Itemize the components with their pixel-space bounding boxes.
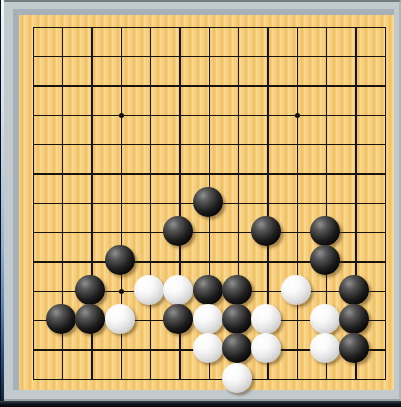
black-stone: [75, 304, 105, 334]
black-stone: [251, 216, 281, 246]
grid-line-vertical: [385, 27, 387, 380]
black-stone: [222, 333, 252, 363]
black-stone: [163, 216, 193, 246]
white-stone: [310, 304, 340, 334]
grid-line-horizontal: [33, 379, 386, 381]
black-stone: [339, 304, 369, 334]
star-point: [295, 113, 300, 118]
black-stone: [310, 245, 340, 275]
white-stone: [251, 304, 281, 334]
white-stone: [193, 304, 223, 334]
white-stone: [222, 363, 252, 393]
white-stone: [163, 275, 193, 305]
white-stone: [251, 333, 281, 363]
black-stone: [222, 275, 252, 305]
window-bottom-edge: [0, 401, 401, 407]
white-stone: [310, 333, 340, 363]
go-board-surface[interactable]: [19, 15, 394, 390]
star-point: [119, 289, 124, 294]
white-stone: [281, 275, 311, 305]
black-stone: [46, 304, 76, 334]
go-app-window: [0, 0, 401, 407]
white-stone: [134, 275, 164, 305]
black-stone: [339, 275, 369, 305]
black-stone: [193, 187, 223, 217]
black-stone: [105, 245, 135, 275]
black-stone: [163, 304, 193, 334]
black-stone: [339, 333, 369, 363]
black-stone: [222, 304, 252, 334]
white-stone: [105, 304, 135, 334]
grid-line-vertical: [297, 27, 299, 380]
star-point: [119, 113, 124, 118]
black-stone: [75, 275, 105, 305]
white-stone: [193, 333, 223, 363]
black-stone: [310, 216, 340, 246]
board-inset-bevel: [13, 9, 394, 390]
black-stone: [193, 275, 223, 305]
